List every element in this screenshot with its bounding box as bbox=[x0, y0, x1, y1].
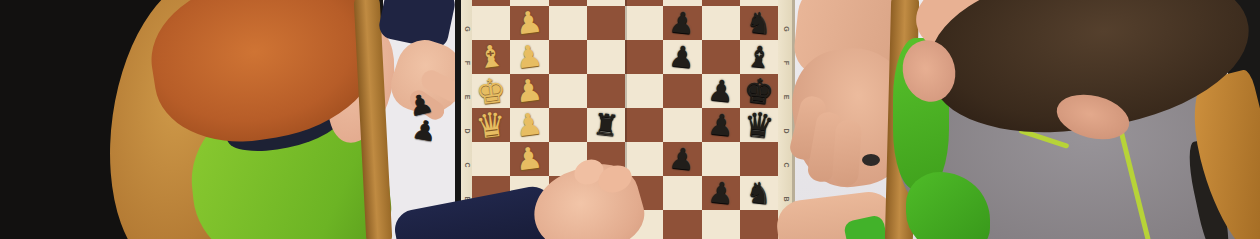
square-e5[interactable] bbox=[625, 74, 663, 108]
square-f4[interactable] bbox=[587, 40, 625, 74]
coord-label-e: E bbox=[781, 92, 791, 102]
square-e6[interactable] bbox=[663, 74, 701, 108]
square-g7[interactable] bbox=[702, 6, 740, 40]
square-f7[interactable] bbox=[702, 40, 740, 74]
black-pawn-d7[interactable]: ♟ bbox=[700, 104, 742, 146]
coord-label-d: D bbox=[462, 126, 472, 136]
coord-label-f: F bbox=[462, 58, 472, 68]
captured-black-pawn[interactable]: ♟ bbox=[405, 111, 444, 150]
square-d3[interactable] bbox=[549, 108, 587, 142]
black-rook-d4[interactable]: ♜ bbox=[585, 104, 627, 146]
square-c1[interactable] bbox=[472, 142, 510, 176]
square-g4[interactable] bbox=[587, 6, 625, 40]
black-queen-d8[interactable]: ♛ bbox=[738, 104, 778, 146]
square-a8[interactable] bbox=[740, 210, 778, 239]
coord-label-c: C bbox=[781, 160, 791, 170]
black-knight-b8[interactable]: ♞ bbox=[738, 172, 778, 214]
black-pawn-b7[interactable]: ♟ bbox=[700, 172, 742, 214]
square-d5[interactable] bbox=[625, 108, 663, 142]
coord-label-f: F bbox=[781, 58, 791, 68]
square-d6[interactable] bbox=[663, 108, 701, 142]
square-e4[interactable] bbox=[587, 74, 625, 108]
square-b6[interactable] bbox=[663, 176, 701, 210]
coord-label-d: D bbox=[781, 126, 791, 136]
white-queen-d1[interactable]: ♛ bbox=[472, 104, 512, 146]
coord-label-c: C bbox=[462, 160, 472, 170]
black-pawn-c6[interactable]: ♟ bbox=[661, 138, 703, 180]
square-c8[interactable] bbox=[740, 142, 778, 176]
black-pawn-f6[interactable]: ♟ bbox=[661, 36, 703, 78]
square-g1[interactable] bbox=[472, 6, 510, 40]
coord-label-e: E bbox=[462, 92, 472, 102]
square-a6[interactable] bbox=[663, 210, 701, 239]
white-pawn-c2[interactable]: ♟ bbox=[508, 138, 550, 180]
chess-banner-photo: ♟ ♟ ♞♝♚♛♞♟♟♟♟♟♟♜♟♟♟♟♟♟♝♚♛ GGFFEEDDCCBBAA… bbox=[0, 0, 1260, 239]
adult-finger bbox=[832, 119, 863, 187]
wedding-ring bbox=[862, 154, 880, 166]
square-f5[interactable] bbox=[625, 40, 663, 74]
square-e3[interactable] bbox=[549, 74, 587, 108]
square-c7[interactable] bbox=[702, 142, 740, 176]
square-g5[interactable] bbox=[625, 6, 663, 40]
coord-label-g: G bbox=[781, 24, 791, 34]
square-a7[interactable] bbox=[702, 210, 740, 239]
square-g3[interactable] bbox=[549, 6, 587, 40]
coord-label-g: G bbox=[462, 24, 472, 34]
square-f3[interactable] bbox=[549, 40, 587, 74]
square-c5[interactable] bbox=[625, 142, 663, 176]
